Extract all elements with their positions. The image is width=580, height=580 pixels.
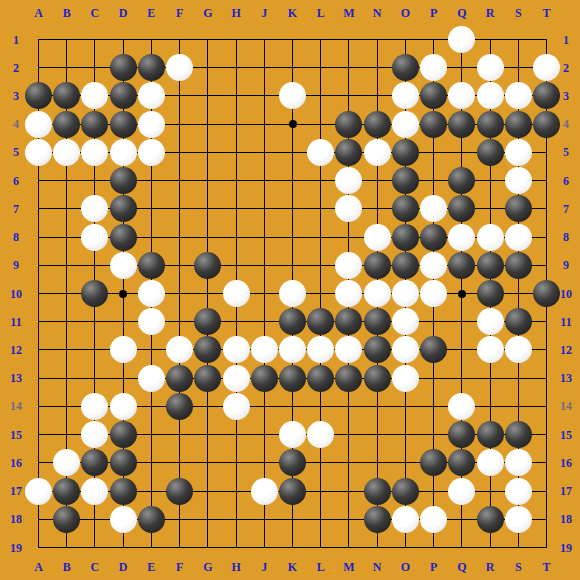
intersection-D4[interactable] bbox=[109, 110, 137, 138]
intersection-F4[interactable] bbox=[165, 110, 193, 138]
intersection-O6[interactable] bbox=[391, 166, 419, 194]
intersection-D18[interactable] bbox=[109, 505, 137, 533]
intersection-H14[interactable] bbox=[222, 392, 250, 420]
intersection-D13[interactable] bbox=[109, 364, 137, 392]
intersection-D6[interactable] bbox=[109, 166, 137, 194]
intersection-F11[interactable] bbox=[165, 308, 193, 336]
intersection-Q13[interactable] bbox=[448, 364, 476, 392]
intersection-B12[interactable] bbox=[53, 336, 81, 364]
intersection-L2[interactable] bbox=[307, 54, 335, 82]
intersection-H6[interactable] bbox=[222, 166, 250, 194]
intersection-K2[interactable] bbox=[278, 54, 306, 82]
intersection-K1[interactable] bbox=[278, 25, 306, 53]
intersection-R19[interactable] bbox=[476, 533, 504, 561]
intersection-G1[interactable] bbox=[194, 25, 222, 53]
intersection-L1[interactable] bbox=[307, 25, 335, 53]
intersection-A11[interactable] bbox=[24, 308, 52, 336]
intersection-G12[interactable] bbox=[194, 336, 222, 364]
intersection-C1[interactable] bbox=[81, 25, 109, 53]
intersection-T12[interactable] bbox=[532, 336, 560, 364]
intersection-O15[interactable] bbox=[391, 420, 419, 448]
intersection-A3[interactable] bbox=[24, 82, 52, 110]
intersection-J14[interactable] bbox=[250, 392, 278, 420]
intersection-O1[interactable] bbox=[391, 25, 419, 53]
intersection-N17[interactable] bbox=[363, 477, 391, 505]
intersection-R5[interactable] bbox=[476, 138, 504, 166]
intersection-N2[interactable] bbox=[363, 54, 391, 82]
intersection-F16[interactable] bbox=[165, 449, 193, 477]
intersection-Q7[interactable] bbox=[448, 195, 476, 223]
intersection-M12[interactable] bbox=[335, 336, 363, 364]
intersection-F19[interactable] bbox=[165, 533, 193, 561]
intersection-R17[interactable] bbox=[476, 477, 504, 505]
intersection-A19[interactable] bbox=[24, 533, 52, 561]
intersection-H4[interactable] bbox=[222, 110, 250, 138]
intersection-P13[interactable] bbox=[419, 364, 447, 392]
intersection-S7[interactable] bbox=[504, 195, 532, 223]
intersection-R14[interactable] bbox=[476, 392, 504, 420]
intersection-O5[interactable] bbox=[391, 138, 419, 166]
intersection-C12[interactable] bbox=[81, 336, 109, 364]
intersection-C15[interactable] bbox=[81, 420, 109, 448]
intersection-E5[interactable] bbox=[137, 138, 165, 166]
intersection-B14[interactable] bbox=[53, 392, 81, 420]
intersection-O9[interactable] bbox=[391, 251, 419, 279]
intersection-E10[interactable] bbox=[137, 279, 165, 307]
intersection-K7[interactable] bbox=[278, 195, 306, 223]
intersection-S6[interactable] bbox=[504, 166, 532, 194]
intersection-B11[interactable] bbox=[53, 308, 81, 336]
intersection-D1[interactable] bbox=[109, 25, 137, 53]
intersection-J11[interactable] bbox=[250, 308, 278, 336]
intersection-L5[interactable] bbox=[307, 138, 335, 166]
intersection-K11[interactable] bbox=[278, 308, 306, 336]
intersection-S14[interactable] bbox=[504, 392, 532, 420]
intersection-T6[interactable] bbox=[532, 166, 560, 194]
intersection-T18[interactable] bbox=[532, 505, 560, 533]
intersection-F1[interactable] bbox=[165, 25, 193, 53]
intersection-E4[interactable] bbox=[137, 110, 165, 138]
intersection-G4[interactable] bbox=[194, 110, 222, 138]
intersection-O7[interactable] bbox=[391, 195, 419, 223]
intersection-Q15[interactable] bbox=[448, 420, 476, 448]
intersection-B8[interactable] bbox=[53, 223, 81, 251]
intersection-R7[interactable] bbox=[476, 195, 504, 223]
intersection-E9[interactable] bbox=[137, 251, 165, 279]
intersection-T2[interactable] bbox=[532, 54, 560, 82]
intersection-P7[interactable] bbox=[419, 195, 447, 223]
intersection-K8[interactable] bbox=[278, 223, 306, 251]
intersection-C11[interactable] bbox=[81, 308, 109, 336]
intersection-G9[interactable] bbox=[194, 251, 222, 279]
intersection-M16[interactable] bbox=[335, 449, 363, 477]
intersection-L11[interactable] bbox=[307, 308, 335, 336]
intersection-F12[interactable] bbox=[165, 336, 193, 364]
intersection-M11[interactable] bbox=[335, 308, 363, 336]
intersection-S13[interactable] bbox=[504, 364, 532, 392]
intersection-Q8[interactable] bbox=[448, 223, 476, 251]
intersection-C3[interactable] bbox=[81, 82, 109, 110]
intersection-F17[interactable] bbox=[165, 477, 193, 505]
intersection-Q2[interactable] bbox=[448, 54, 476, 82]
intersection-A12[interactable] bbox=[24, 336, 52, 364]
intersection-B16[interactable] bbox=[53, 449, 81, 477]
intersection-T19[interactable] bbox=[532, 533, 560, 561]
intersection-P5[interactable] bbox=[419, 138, 447, 166]
intersection-E15[interactable] bbox=[137, 420, 165, 448]
intersection-G11[interactable] bbox=[194, 308, 222, 336]
intersection-H13[interactable] bbox=[222, 364, 250, 392]
intersection-A17[interactable] bbox=[24, 477, 52, 505]
intersection-S2[interactable] bbox=[504, 54, 532, 82]
intersection-N10[interactable] bbox=[363, 279, 391, 307]
intersection-G3[interactable] bbox=[194, 82, 222, 110]
intersection-K17[interactable] bbox=[278, 477, 306, 505]
intersection-A7[interactable] bbox=[24, 195, 52, 223]
intersection-T4[interactable] bbox=[532, 110, 560, 138]
intersection-Q18[interactable] bbox=[448, 505, 476, 533]
intersection-B7[interactable] bbox=[53, 195, 81, 223]
intersection-S5[interactable] bbox=[504, 138, 532, 166]
intersection-E8[interactable] bbox=[137, 223, 165, 251]
intersection-F14[interactable] bbox=[165, 392, 193, 420]
intersection-L13[interactable] bbox=[307, 364, 335, 392]
intersection-A14[interactable] bbox=[24, 392, 52, 420]
intersection-D19[interactable] bbox=[109, 533, 137, 561]
intersection-H7[interactable] bbox=[222, 195, 250, 223]
intersection-K5[interactable] bbox=[278, 138, 306, 166]
intersection-Q9[interactable] bbox=[448, 251, 476, 279]
intersection-B19[interactable] bbox=[53, 533, 81, 561]
intersection-J7[interactable] bbox=[250, 195, 278, 223]
intersection-L15[interactable] bbox=[307, 420, 335, 448]
intersection-Q1[interactable] bbox=[448, 25, 476, 53]
intersection-N15[interactable] bbox=[363, 420, 391, 448]
intersection-E2[interactable] bbox=[137, 54, 165, 82]
intersection-O11[interactable] bbox=[391, 308, 419, 336]
intersection-B10[interactable] bbox=[53, 279, 81, 307]
intersection-B5[interactable] bbox=[53, 138, 81, 166]
intersection-G16[interactable] bbox=[194, 449, 222, 477]
intersection-F5[interactable] bbox=[165, 138, 193, 166]
intersection-P12[interactable] bbox=[419, 336, 447, 364]
intersection-R8[interactable] bbox=[476, 223, 504, 251]
intersection-A5[interactable] bbox=[24, 138, 52, 166]
intersection-D11[interactable] bbox=[109, 308, 137, 336]
intersection-E17[interactable] bbox=[137, 477, 165, 505]
intersection-E13[interactable] bbox=[137, 364, 165, 392]
intersection-A9[interactable] bbox=[24, 251, 52, 279]
intersection-E16[interactable] bbox=[137, 449, 165, 477]
intersection-P14[interactable] bbox=[419, 392, 447, 420]
intersection-J17[interactable] bbox=[250, 477, 278, 505]
intersection-J10[interactable] bbox=[250, 279, 278, 307]
intersection-C17[interactable] bbox=[81, 477, 109, 505]
intersection-J8[interactable] bbox=[250, 223, 278, 251]
intersection-A6[interactable] bbox=[24, 166, 52, 194]
intersection-L7[interactable] bbox=[307, 195, 335, 223]
intersection-S3[interactable] bbox=[504, 82, 532, 110]
intersection-N18[interactable] bbox=[363, 505, 391, 533]
intersection-D12[interactable] bbox=[109, 336, 137, 364]
intersection-M1[interactable] bbox=[335, 25, 363, 53]
intersection-H2[interactable] bbox=[222, 54, 250, 82]
intersection-P11[interactable] bbox=[419, 308, 447, 336]
intersection-K10[interactable] bbox=[278, 279, 306, 307]
intersection-G7[interactable] bbox=[194, 195, 222, 223]
intersection-H11[interactable] bbox=[222, 308, 250, 336]
intersection-P17[interactable] bbox=[419, 477, 447, 505]
intersection-D9[interactable] bbox=[109, 251, 137, 279]
intersection-P2[interactable] bbox=[419, 54, 447, 82]
intersection-G15[interactable] bbox=[194, 420, 222, 448]
intersection-Q11[interactable] bbox=[448, 308, 476, 336]
intersection-J16[interactable] bbox=[250, 449, 278, 477]
intersection-O14[interactable] bbox=[391, 392, 419, 420]
intersection-E14[interactable] bbox=[137, 392, 165, 420]
intersection-R16[interactable] bbox=[476, 449, 504, 477]
intersection-T17[interactable] bbox=[532, 477, 560, 505]
intersection-C18[interactable] bbox=[81, 505, 109, 533]
intersection-D10[interactable] bbox=[109, 279, 137, 307]
intersection-D8[interactable] bbox=[109, 223, 137, 251]
intersection-E3[interactable] bbox=[137, 82, 165, 110]
intersection-H10[interactable] bbox=[222, 279, 250, 307]
intersection-K12[interactable] bbox=[278, 336, 306, 364]
intersection-H12[interactable] bbox=[222, 336, 250, 364]
intersection-M9[interactable] bbox=[335, 251, 363, 279]
intersection-P15[interactable] bbox=[419, 420, 447, 448]
intersection-B13[interactable] bbox=[53, 364, 81, 392]
intersection-T15[interactable] bbox=[532, 420, 560, 448]
intersection-N16[interactable] bbox=[363, 449, 391, 477]
intersection-R3[interactable] bbox=[476, 82, 504, 110]
intersection-R10[interactable] bbox=[476, 279, 504, 307]
intersection-P3[interactable] bbox=[419, 82, 447, 110]
intersection-J12[interactable] bbox=[250, 336, 278, 364]
intersection-O2[interactable] bbox=[391, 54, 419, 82]
intersection-G2[interactable] bbox=[194, 54, 222, 82]
intersection-D2[interactable] bbox=[109, 54, 137, 82]
intersection-N4[interactable] bbox=[363, 110, 391, 138]
intersection-J15[interactable] bbox=[250, 420, 278, 448]
intersection-G8[interactable] bbox=[194, 223, 222, 251]
intersection-M10[interactable] bbox=[335, 279, 363, 307]
intersection-J19[interactable] bbox=[250, 533, 278, 561]
intersection-Q5[interactable] bbox=[448, 138, 476, 166]
intersection-O17[interactable] bbox=[391, 477, 419, 505]
intersection-M18[interactable] bbox=[335, 505, 363, 533]
intersection-A15[interactable] bbox=[24, 420, 52, 448]
intersection-J9[interactable] bbox=[250, 251, 278, 279]
intersection-O3[interactable] bbox=[391, 82, 419, 110]
intersection-B18[interactable] bbox=[53, 505, 81, 533]
intersection-Q6[interactable] bbox=[448, 166, 476, 194]
intersection-M15[interactable] bbox=[335, 420, 363, 448]
intersection-P1[interactable] bbox=[419, 25, 447, 53]
intersection-A8[interactable] bbox=[24, 223, 52, 251]
intersection-C7[interactable] bbox=[81, 195, 109, 223]
intersection-J3[interactable] bbox=[250, 82, 278, 110]
intersection-P4[interactable] bbox=[419, 110, 447, 138]
intersection-K16[interactable] bbox=[278, 449, 306, 477]
intersection-E12[interactable] bbox=[137, 336, 165, 364]
intersection-R6[interactable] bbox=[476, 166, 504, 194]
intersection-R12[interactable] bbox=[476, 336, 504, 364]
intersection-C14[interactable] bbox=[81, 392, 109, 420]
intersection-C16[interactable] bbox=[81, 449, 109, 477]
intersection-S10[interactable] bbox=[504, 279, 532, 307]
intersection-R2[interactable] bbox=[476, 54, 504, 82]
intersection-C8[interactable] bbox=[81, 223, 109, 251]
intersection-N6[interactable] bbox=[363, 166, 391, 194]
intersection-L6[interactable] bbox=[307, 166, 335, 194]
intersection-J5[interactable] bbox=[250, 138, 278, 166]
intersection-B4[interactable] bbox=[53, 110, 81, 138]
intersection-D14[interactable] bbox=[109, 392, 137, 420]
intersection-R1[interactable] bbox=[476, 25, 504, 53]
intersection-K18[interactable] bbox=[278, 505, 306, 533]
intersection-F3[interactable] bbox=[165, 82, 193, 110]
intersection-M5[interactable] bbox=[335, 138, 363, 166]
intersection-H9[interactable] bbox=[222, 251, 250, 279]
intersection-Q3[interactable] bbox=[448, 82, 476, 110]
intersection-L9[interactable] bbox=[307, 251, 335, 279]
intersection-F9[interactable] bbox=[165, 251, 193, 279]
intersection-L16[interactable] bbox=[307, 449, 335, 477]
intersection-C10[interactable] bbox=[81, 279, 109, 307]
intersection-H1[interactable] bbox=[222, 25, 250, 53]
intersection-M6[interactable] bbox=[335, 166, 363, 194]
intersection-C2[interactable] bbox=[81, 54, 109, 82]
intersection-O19[interactable] bbox=[391, 533, 419, 561]
intersection-H3[interactable] bbox=[222, 82, 250, 110]
intersection-S8[interactable] bbox=[504, 223, 532, 251]
intersection-M13[interactable] bbox=[335, 364, 363, 392]
intersection-S16[interactable] bbox=[504, 449, 532, 477]
intersection-J4[interactable] bbox=[250, 110, 278, 138]
intersection-N7[interactable] bbox=[363, 195, 391, 223]
intersection-E19[interactable] bbox=[137, 533, 165, 561]
intersection-C13[interactable] bbox=[81, 364, 109, 392]
intersection-H15[interactable] bbox=[222, 420, 250, 448]
intersection-F13[interactable] bbox=[165, 364, 193, 392]
intersection-C4[interactable] bbox=[81, 110, 109, 138]
intersection-K9[interactable] bbox=[278, 251, 306, 279]
intersection-N11[interactable] bbox=[363, 308, 391, 336]
intersection-T14[interactable] bbox=[532, 392, 560, 420]
intersection-L17[interactable] bbox=[307, 477, 335, 505]
intersection-N13[interactable] bbox=[363, 364, 391, 392]
intersection-B17[interactable] bbox=[53, 477, 81, 505]
intersection-A10[interactable] bbox=[24, 279, 52, 307]
intersection-S1[interactable] bbox=[504, 25, 532, 53]
intersection-T9[interactable] bbox=[532, 251, 560, 279]
intersection-Q4[interactable] bbox=[448, 110, 476, 138]
intersection-K6[interactable] bbox=[278, 166, 306, 194]
intersection-Q16[interactable] bbox=[448, 449, 476, 477]
intersection-F6[interactable] bbox=[165, 166, 193, 194]
intersection-M2[interactable] bbox=[335, 54, 363, 82]
intersection-A1[interactable] bbox=[24, 25, 52, 53]
intersection-K15[interactable] bbox=[278, 420, 306, 448]
intersection-T8[interactable] bbox=[532, 223, 560, 251]
intersection-S19[interactable] bbox=[504, 533, 532, 561]
intersection-O12[interactable] bbox=[391, 336, 419, 364]
intersection-K13[interactable] bbox=[278, 364, 306, 392]
intersection-L8[interactable] bbox=[307, 223, 335, 251]
intersection-N9[interactable] bbox=[363, 251, 391, 279]
intersection-N19[interactable] bbox=[363, 533, 391, 561]
intersection-R15[interactable] bbox=[476, 420, 504, 448]
intersection-M19[interactable] bbox=[335, 533, 363, 561]
intersection-J18[interactable] bbox=[250, 505, 278, 533]
intersection-H19[interactable] bbox=[222, 533, 250, 561]
intersection-J1[interactable] bbox=[250, 25, 278, 53]
intersection-E7[interactable] bbox=[137, 195, 165, 223]
intersection-Q19[interactable] bbox=[448, 533, 476, 561]
intersection-Q10[interactable] bbox=[448, 279, 476, 307]
intersection-N8[interactable] bbox=[363, 223, 391, 251]
intersection-R11[interactable] bbox=[476, 308, 504, 336]
intersection-B9[interactable] bbox=[53, 251, 81, 279]
intersection-G19[interactable] bbox=[194, 533, 222, 561]
intersection-A4[interactable] bbox=[24, 110, 52, 138]
intersection-J2[interactable] bbox=[250, 54, 278, 82]
intersection-K4[interactable] bbox=[278, 110, 306, 138]
intersection-H8[interactable] bbox=[222, 223, 250, 251]
intersection-D7[interactable] bbox=[109, 195, 137, 223]
intersection-Q12[interactable] bbox=[448, 336, 476, 364]
intersection-D17[interactable] bbox=[109, 477, 137, 505]
intersection-P9[interactable] bbox=[419, 251, 447, 279]
intersection-P19[interactable] bbox=[419, 533, 447, 561]
intersection-S12[interactable] bbox=[504, 336, 532, 364]
intersection-A18[interactable] bbox=[24, 505, 52, 533]
intersection-H5[interactable] bbox=[222, 138, 250, 166]
intersection-L18[interactable] bbox=[307, 505, 335, 533]
intersection-R9[interactable] bbox=[476, 251, 504, 279]
intersection-N5[interactable] bbox=[363, 138, 391, 166]
intersection-Q14[interactable] bbox=[448, 392, 476, 420]
intersection-B6[interactable] bbox=[53, 166, 81, 194]
intersection-S17[interactable] bbox=[504, 477, 532, 505]
intersection-H18[interactable] bbox=[222, 505, 250, 533]
intersection-T13[interactable] bbox=[532, 364, 560, 392]
intersection-L12[interactable] bbox=[307, 336, 335, 364]
intersection-S18[interactable] bbox=[504, 505, 532, 533]
intersection-M8[interactable] bbox=[335, 223, 363, 251]
intersection-F8[interactable] bbox=[165, 223, 193, 251]
intersection-T1[interactable] bbox=[532, 25, 560, 53]
intersection-O8[interactable] bbox=[391, 223, 419, 251]
intersection-C5[interactable] bbox=[81, 138, 109, 166]
intersection-O10[interactable] bbox=[391, 279, 419, 307]
intersection-R4[interactable] bbox=[476, 110, 504, 138]
intersection-S15[interactable] bbox=[504, 420, 532, 448]
intersection-M4[interactable] bbox=[335, 110, 363, 138]
intersection-P8[interactable] bbox=[419, 223, 447, 251]
intersection-P10[interactable] bbox=[419, 279, 447, 307]
intersection-G5[interactable] bbox=[194, 138, 222, 166]
intersection-K14[interactable] bbox=[278, 392, 306, 420]
intersection-P16[interactable] bbox=[419, 449, 447, 477]
intersection-E11[interactable] bbox=[137, 308, 165, 336]
intersection-B15[interactable] bbox=[53, 420, 81, 448]
intersection-G6[interactable] bbox=[194, 166, 222, 194]
intersection-M17[interactable] bbox=[335, 477, 363, 505]
intersection-L4[interactable] bbox=[307, 110, 335, 138]
